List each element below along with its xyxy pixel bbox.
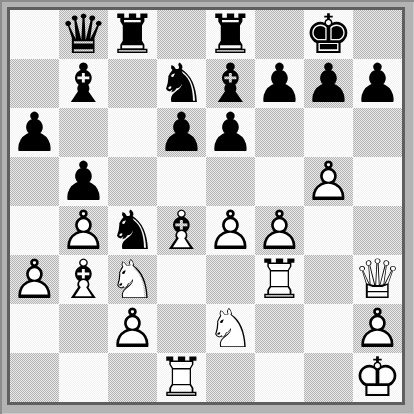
square-g2[interactable] <box>304 304 353 353</box>
square-g1[interactable] <box>304 353 353 402</box>
black-piece-glyph: ♟ <box>157 108 206 157</box>
white-piece-outline-layer: ♔ <box>353 353 402 402</box>
white-pawn-e4[interactable]: ♟♙ <box>206 206 255 255</box>
chessboard: ♛♜♜♚♝♞♝♟♟♟♟♟♟♟♟♙♟♙♞♝♗♟♙♟♙♟♙♝♗♞♘♜♖♛♕♟♙♞♘♟… <box>10 10 402 402</box>
white-bishop-b3[interactable]: ♝♗ <box>59 255 108 304</box>
white-piece-outline-layer: ♗ <box>59 255 108 304</box>
square-c8[interactable]: ♜ <box>108 10 157 59</box>
square-f3[interactable]: ♜♖ <box>255 255 304 304</box>
square-f2[interactable] <box>255 304 304 353</box>
white-rook-d1[interactable]: ♜♖ <box>157 353 206 402</box>
black-piece-glyph: ♟ <box>10 108 59 157</box>
square-c1[interactable] <box>108 353 157 402</box>
white-pawn-c2[interactable]: ♟♙ <box>108 304 157 353</box>
white-pawn-g5[interactable]: ♟♙ <box>304 157 353 206</box>
square-a8[interactable] <box>10 10 59 59</box>
square-a2[interactable] <box>10 304 59 353</box>
square-g3[interactable] <box>304 255 353 304</box>
square-e4[interactable]: ♟♙ <box>206 206 255 255</box>
square-d1[interactable]: ♜♖ <box>157 353 206 402</box>
white-piece-outline-layer: ♗ <box>157 206 206 255</box>
square-e2[interactable]: ♞♘ <box>206 304 255 353</box>
black-pawn-g7[interactable]: ♟ <box>304 59 353 108</box>
black-pawn-f7[interactable]: ♟ <box>255 59 304 108</box>
square-b7[interactable]: ♝ <box>59 59 108 108</box>
white-piece-outline-layer: ♘ <box>206 304 255 353</box>
square-b3[interactable]: ♝♗ <box>59 255 108 304</box>
square-a1[interactable] <box>10 353 59 402</box>
square-g7[interactable]: ♟ <box>304 59 353 108</box>
black-piece-glyph: ♟ <box>304 59 353 108</box>
white-piece-outline-layer: ♙ <box>304 157 353 206</box>
black-pawn-h7[interactable]: ♟ <box>353 59 402 108</box>
black-pawn-d6[interactable]: ♟ <box>157 108 206 157</box>
white-king-h1[interactable]: ♚♔ <box>353 353 402 402</box>
square-e6[interactable]: ♟ <box>206 108 255 157</box>
square-h6[interactable] <box>353 108 402 157</box>
square-f6[interactable] <box>255 108 304 157</box>
square-g4[interactable] <box>304 206 353 255</box>
black-pawn-a6[interactable]: ♟ <box>10 108 59 157</box>
square-c7[interactable] <box>108 59 157 108</box>
chessboard-frame: ♛♜♜♚♝♞♝♟♟♟♟♟♟♟♟♙♟♙♞♝♗♟♙♟♙♟♙♝♗♞♘♜♖♛♕♟♙♞♘♟… <box>7 7 405 405</box>
black-piece-glyph: ♟ <box>255 59 304 108</box>
white-pawn-a3[interactable]: ♟♙ <box>10 255 59 304</box>
square-a6[interactable]: ♟ <box>10 108 59 157</box>
square-h1[interactable]: ♚♔ <box>353 353 402 402</box>
square-d6[interactable]: ♟ <box>157 108 206 157</box>
white-piece-outline-layer: ♖ <box>157 353 206 402</box>
square-d3[interactable] <box>157 255 206 304</box>
black-piece-glyph: ♟ <box>353 59 402 108</box>
white-piece-outline-layer: ♙ <box>108 304 157 353</box>
black-bishop-b7[interactable]: ♝ <box>59 59 108 108</box>
square-f7[interactable]: ♟ <box>255 59 304 108</box>
white-piece-outline-layer: ♖ <box>255 255 304 304</box>
square-b2[interactable] <box>59 304 108 353</box>
white-rook-f3[interactable]: ♜♖ <box>255 255 304 304</box>
black-piece-glyph: ♝ <box>59 59 108 108</box>
page-background: ♛♜♜♚♝♞♝♟♟♟♟♟♟♟♟♙♟♙♞♝♗♟♙♟♙♟♙♝♗♞♘♜♖♛♕♟♙♞♘♟… <box>0 0 414 414</box>
black-pawn-e6[interactable]: ♟ <box>206 108 255 157</box>
square-h7[interactable]: ♟ <box>353 59 402 108</box>
black-piece-glyph: ♟ <box>206 108 255 157</box>
square-e1[interactable] <box>206 353 255 402</box>
white-bishop-d4[interactable]: ♝♗ <box>157 206 206 255</box>
square-c2[interactable]: ♟♙ <box>108 304 157 353</box>
black-piece-glyph: ♜ <box>108 10 157 59</box>
white-piece-outline-layer: ♙ <box>10 255 59 304</box>
square-d4[interactable]: ♝♗ <box>157 206 206 255</box>
white-knight-e2[interactable]: ♞♘ <box>206 304 255 353</box>
square-h5[interactable] <box>353 157 402 206</box>
square-a3[interactable]: ♟♙ <box>10 255 59 304</box>
black-rook-c8[interactable]: ♜ <box>108 10 157 59</box>
white-piece-outline-layer: ♙ <box>206 206 255 255</box>
square-c6[interactable] <box>108 108 157 157</box>
square-b1[interactable] <box>59 353 108 402</box>
square-a5[interactable] <box>10 157 59 206</box>
square-f1[interactable] <box>255 353 304 402</box>
square-g5[interactable]: ♟♙ <box>304 157 353 206</box>
